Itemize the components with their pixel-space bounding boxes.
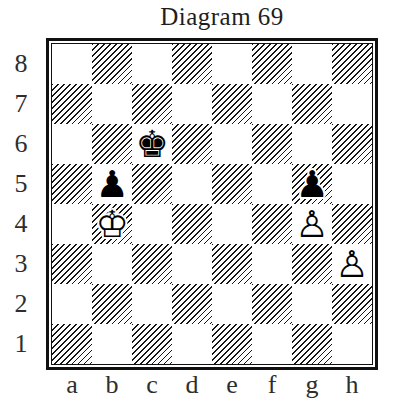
file-label-h: h — [332, 372, 372, 398]
chess-diagram-page: Diagram 69 8 7 6 5 4 3 2 1 ♚♚♟♟♟♟♚♔♟♙♟♙ … — [0, 0, 400, 400]
square-g2 — [292, 284, 332, 324]
square-a5 — [52, 164, 92, 204]
board-grid: ♚♚♟♟♟♟♚♔♟♙♟♙ — [52, 44, 372, 364]
square-g1 — [292, 324, 332, 364]
piece-white-pawn-g4: ♙ — [292, 204, 332, 244]
square-g7 — [292, 84, 332, 124]
board-frame: ♚♚♟♟♟♟♚♔♟♙♟♙ — [46, 38, 378, 370]
square-c8 — [132, 44, 172, 84]
square-c6: ♚♚ — [132, 124, 172, 164]
file-label-g: g — [292, 372, 332, 398]
square-e3 — [212, 244, 252, 284]
square-f1 — [252, 324, 292, 364]
file-label-c: c — [132, 372, 172, 398]
square-b5: ♟♟ — [92, 164, 132, 204]
square-a1 — [52, 324, 92, 364]
square-b2 — [92, 284, 132, 324]
piece-white-pawn-h3: ♙ — [332, 244, 372, 284]
square-c3 — [132, 244, 172, 284]
square-h3: ♟♙ — [332, 244, 372, 284]
square-f6 — [252, 124, 292, 164]
file-label-d: d — [172, 372, 212, 398]
square-b7 — [92, 84, 132, 124]
rank-labels: 8 7 6 5 4 3 2 1 — [6, 44, 36, 364]
square-a2 — [52, 284, 92, 324]
square-a3 — [52, 244, 92, 284]
square-f3 — [252, 244, 292, 284]
square-f4 — [252, 204, 292, 244]
diagram-title: Diagram 69 — [52, 3, 392, 31]
square-h8 — [332, 44, 372, 84]
rank-label-1: 1 — [6, 324, 36, 364]
square-e6 — [212, 124, 252, 164]
rank-label-8: 8 — [6, 44, 36, 84]
square-d3 — [172, 244, 212, 284]
square-h4 — [332, 204, 372, 244]
file-label-a: a — [52, 372, 92, 398]
white-king-halo: ♚ — [92, 204, 132, 244]
rank-label-5: 5 — [6, 164, 36, 204]
file-labels: a b c d e f g h — [52, 372, 372, 398]
square-b3 — [92, 244, 132, 284]
square-e5 — [212, 164, 252, 204]
file-label-f: f — [252, 372, 292, 398]
square-c7 — [132, 84, 172, 124]
file-label-b: b — [92, 372, 132, 398]
rank-label-3: 3 — [6, 244, 36, 284]
square-f5 — [252, 164, 292, 204]
board-inner-border: ♚♚♟♟♟♟♚♔♟♙♟♙ — [51, 43, 373, 365]
square-g3 — [292, 244, 332, 284]
piece-black-king-c6: ♚ — [132, 124, 172, 164]
square-c4 — [132, 204, 172, 244]
square-g5: ♟♟ — [292, 164, 332, 204]
white-pawn-halo: ♟ — [292, 204, 332, 244]
square-a4 — [52, 204, 92, 244]
square-c2 — [132, 284, 172, 324]
square-g6 — [292, 124, 332, 164]
square-a7 — [52, 84, 92, 124]
square-d5 — [172, 164, 212, 204]
file-label-e: e — [212, 372, 252, 398]
square-d8 — [172, 44, 212, 84]
square-c5 — [132, 164, 172, 204]
rank-label-4: 4 — [6, 204, 36, 244]
square-f2 — [252, 284, 292, 324]
square-a8 — [52, 44, 92, 84]
piece-black-pawn-g5: ♟ — [292, 164, 332, 204]
square-b1 — [92, 324, 132, 364]
square-e7 — [212, 84, 252, 124]
square-h2 — [332, 284, 372, 324]
square-b8 — [92, 44, 132, 84]
square-h5 — [332, 164, 372, 204]
square-b6 — [92, 124, 132, 164]
white-pawn-halo: ♟ — [332, 244, 372, 284]
square-e1 — [212, 324, 252, 364]
square-e8 — [212, 44, 252, 84]
rank-label-7: 7 — [6, 84, 36, 124]
piece-white-king-b4: ♔ — [92, 204, 132, 244]
square-f7 — [252, 84, 292, 124]
rank-label-2: 2 — [6, 284, 36, 324]
square-h6 — [332, 124, 372, 164]
square-b4: ♚♔ — [92, 204, 132, 244]
square-h7 — [332, 84, 372, 124]
square-d4 — [172, 204, 212, 244]
square-h1 — [332, 324, 372, 364]
square-f8 — [252, 44, 292, 84]
square-d2 — [172, 284, 212, 324]
black-king-halo: ♚ — [132, 124, 172, 164]
square-d7 — [172, 84, 212, 124]
square-e2 — [212, 284, 252, 324]
square-a6 — [52, 124, 92, 164]
square-d1 — [172, 324, 212, 364]
square-g8 — [292, 44, 332, 84]
square-g4: ♟♙ — [292, 204, 332, 244]
black-pawn-halo: ♟ — [292, 164, 332, 204]
rank-label-6: 6 — [6, 124, 36, 164]
square-d6 — [172, 124, 212, 164]
black-pawn-halo: ♟ — [92, 164, 132, 204]
piece-black-pawn-b5: ♟ — [92, 164, 132, 204]
square-e4 — [212, 204, 252, 244]
square-c1 — [132, 324, 172, 364]
